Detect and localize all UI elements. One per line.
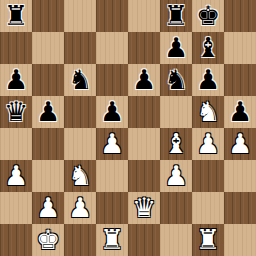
square-c7[interactable] <box>64 32 96 64</box>
square-f3[interactable]: ♟ <box>160 160 192 192</box>
square-d6[interactable] <box>96 64 128 96</box>
square-d5[interactable]: ♟ <box>96 96 128 128</box>
square-h2[interactable] <box>224 192 256 224</box>
square-h3[interactable] <box>224 160 256 192</box>
black-knight[interactable]: ♞ <box>68 64 92 96</box>
black-pawn[interactable]: ♟ <box>100 96 124 128</box>
square-e4[interactable] <box>128 128 160 160</box>
white-pawn[interactable]: ♟ <box>4 160 28 192</box>
square-h7[interactable] <box>224 32 256 64</box>
square-d3[interactable] <box>96 160 128 192</box>
white-pawn[interactable]: ♟ <box>228 128 252 160</box>
white-pawn[interactable]: ♟ <box>164 160 188 192</box>
square-d8[interactable] <box>96 0 128 32</box>
square-b1[interactable]: ♚ <box>32 224 64 256</box>
square-c2[interactable]: ♟ <box>64 192 96 224</box>
square-c4[interactable] <box>64 128 96 160</box>
square-h8[interactable] <box>224 0 256 32</box>
square-a7[interactable] <box>0 32 32 64</box>
black-queen[interactable]: ♛ <box>4 96 28 128</box>
white-knight[interactable]: ♞ <box>196 96 220 128</box>
square-f1[interactable] <box>160 224 192 256</box>
square-e2[interactable]: ♛ <box>128 192 160 224</box>
black-pawn[interactable]: ♟ <box>36 96 60 128</box>
square-e3[interactable] <box>128 160 160 192</box>
square-g8[interactable]: ♚ <box>192 0 224 32</box>
square-h6[interactable] <box>224 64 256 96</box>
black-knight[interactable]: ♞ <box>164 64 188 96</box>
square-b5[interactable]: ♟ <box>32 96 64 128</box>
chess-board: ♜♜♚♟♝♟♞♟♞♟♛♟♟♞♟♟♝♟♟♟♞♟♟♟♛♚♜♜ <box>0 0 256 256</box>
square-d1[interactable]: ♜ <box>96 224 128 256</box>
square-g3[interactable] <box>192 160 224 192</box>
white-queen[interactable]: ♛ <box>132 192 156 224</box>
white-king[interactable]: ♚ <box>36 224 60 256</box>
black-pawn[interactable]: ♟ <box>132 64 156 96</box>
square-h4[interactable]: ♟ <box>224 128 256 160</box>
square-c1[interactable] <box>64 224 96 256</box>
square-b7[interactable] <box>32 32 64 64</box>
square-c5[interactable] <box>64 96 96 128</box>
square-g4[interactable]: ♟ <box>192 128 224 160</box>
square-f2[interactable] <box>160 192 192 224</box>
square-a4[interactable] <box>0 128 32 160</box>
white-pawn[interactable]: ♟ <box>196 128 220 160</box>
black-pawn[interactable]: ♟ <box>4 64 28 96</box>
square-h5[interactable]: ♟ <box>224 96 256 128</box>
black-king[interactable]: ♚ <box>196 0 220 32</box>
square-b8[interactable] <box>32 0 64 32</box>
square-e5[interactable] <box>128 96 160 128</box>
white-rook[interactable]: ♜ <box>196 224 220 256</box>
square-e8[interactable] <box>128 0 160 32</box>
black-rook[interactable]: ♜ <box>164 0 188 32</box>
square-e1[interactable] <box>128 224 160 256</box>
square-b4[interactable] <box>32 128 64 160</box>
square-b6[interactable] <box>32 64 64 96</box>
square-a1[interactable] <box>0 224 32 256</box>
square-g6[interactable]: ♟ <box>192 64 224 96</box>
square-a8[interactable]: ♜ <box>0 0 32 32</box>
square-b3[interactable] <box>32 160 64 192</box>
square-f5[interactable] <box>160 96 192 128</box>
square-g7[interactable]: ♝ <box>192 32 224 64</box>
black-pawn[interactable]: ♟ <box>228 96 252 128</box>
square-e7[interactable] <box>128 32 160 64</box>
square-g5[interactable]: ♞ <box>192 96 224 128</box>
square-d4[interactable]: ♟ <box>96 128 128 160</box>
white-bishop[interactable]: ♝ <box>164 128 188 160</box>
square-b2[interactable]: ♟ <box>32 192 64 224</box>
white-knight[interactable]: ♞ <box>68 160 92 192</box>
square-a6[interactable]: ♟ <box>0 64 32 96</box>
square-f7[interactable]: ♟ <box>160 32 192 64</box>
square-h1[interactable] <box>224 224 256 256</box>
square-a5[interactable]: ♛ <box>0 96 32 128</box>
square-a2[interactable] <box>0 192 32 224</box>
square-e6[interactable]: ♟ <box>128 64 160 96</box>
black-bishop[interactable]: ♝ <box>196 32 220 64</box>
square-g2[interactable] <box>192 192 224 224</box>
square-d2[interactable] <box>96 192 128 224</box>
white-rook[interactable]: ♜ <box>100 224 124 256</box>
white-pawn[interactable]: ♟ <box>100 128 124 160</box>
white-pawn[interactable]: ♟ <box>68 192 92 224</box>
square-c8[interactable] <box>64 0 96 32</box>
square-f4[interactable]: ♝ <box>160 128 192 160</box>
square-c6[interactable]: ♞ <box>64 64 96 96</box>
square-a3[interactable]: ♟ <box>0 160 32 192</box>
square-f8[interactable]: ♜ <box>160 0 192 32</box>
square-g1[interactable]: ♜ <box>192 224 224 256</box>
black-pawn[interactable]: ♟ <box>164 32 188 64</box>
white-pawn[interactable]: ♟ <box>36 192 60 224</box>
black-pawn[interactable]: ♟ <box>196 64 220 96</box>
square-c3[interactable]: ♞ <box>64 160 96 192</box>
square-f6[interactable]: ♞ <box>160 64 192 96</box>
black-rook[interactable]: ♜ <box>4 0 28 32</box>
square-d7[interactable] <box>96 32 128 64</box>
